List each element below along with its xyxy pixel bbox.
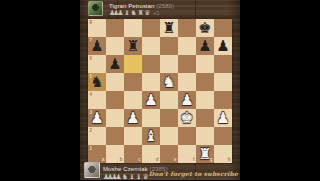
captured-piece-icons: ♝♞♜♛: [124, 9, 152, 17]
square-g3[interactable]: [196, 109, 214, 127]
square-a4[interactable]: 4: [88, 91, 106, 109]
square-g4[interactable]: [196, 91, 214, 109]
white-king-f3[interactable]: ♚: [178, 109, 196, 127]
coord-rank-1: 1: [90, 146, 93, 151]
square-f3[interactable]: ♚: [178, 109, 196, 127]
square-h2[interactable]: [214, 127, 232, 145]
square-c2[interactable]: [124, 127, 142, 145]
top-player-avatar[interactable]: [88, 1, 103, 16]
square-h5[interactable]: [214, 73, 232, 91]
subscribe-reminder-text: Don't forget to subscribe: [149, 170, 238, 177]
coord-rank-8: 8: [90, 20, 93, 25]
square-a8[interactable]: 8: [88, 19, 106, 37]
square-c8[interactable]: [124, 19, 142, 37]
square-c7[interactable]: ♜: [124, 37, 142, 55]
square-f2[interactable]: [178, 127, 196, 145]
top-player-banner: Tigran Petrosian (2580) ♟♟♟♝♞♜♛+1: [80, 0, 240, 19]
square-c6[interactable]: [124, 55, 142, 73]
square-d6[interactable]: [142, 55, 160, 73]
black-knight-a5[interactable]: ♞: [88, 73, 106, 91]
top-captured-pieces: ♟♟♟♝♞♜♛+1: [109, 10, 160, 17]
captured-piece-icons: ♞♝♝♛: [122, 173, 150, 181]
square-h8[interactable]: [214, 19, 232, 37]
square-a5[interactable]: 5♞: [88, 73, 106, 91]
square-f6[interactable]: [178, 55, 196, 73]
square-b2[interactable]: [106, 127, 124, 145]
square-h7[interactable]: ♟: [214, 37, 232, 55]
square-d5[interactable]: [142, 73, 160, 91]
square-c5[interactable]: [124, 73, 142, 91]
square-e6[interactable]: [160, 55, 178, 73]
square-d4[interactable]: ♟: [142, 91, 160, 109]
square-b6[interactable]: ♟: [106, 55, 124, 73]
black-pawn-a7[interactable]: ♟: [88, 37, 106, 55]
wood-background: Tigran Petrosian (2580) ♟♟♟♝♞♜♛+1 8♜♚7♟♜…: [80, 0, 240, 180]
square-f7[interactable]: [178, 37, 196, 55]
square-b8[interactable]: [106, 19, 124, 37]
square-d3[interactable]: [142, 109, 160, 127]
black-king-g8[interactable]: ♚: [196, 19, 214, 37]
square-g8[interactable]: ♚: [196, 19, 214, 37]
square-g2[interactable]: [196, 127, 214, 145]
square-e7[interactable]: [160, 37, 178, 55]
coord-rank-4: 4: [90, 92, 93, 97]
square-a2[interactable]: 2: [88, 127, 106, 145]
square-c4[interactable]: [124, 91, 142, 109]
white-bishop-d2[interactable]: ♝: [142, 127, 160, 145]
square-f4[interactable]: ♟: [178, 91, 196, 109]
square-e8[interactable]: ♜: [160, 19, 178, 37]
square-e4[interactable]: [160, 91, 178, 109]
material-advantage: +1: [153, 10, 159, 16]
square-h6[interactable]: [214, 55, 232, 73]
black-rook-e8[interactable]: ♜: [160, 19, 178, 37]
white-pawn-c3[interactable]: ♟: [124, 109, 142, 127]
black-pawn-b6[interactable]: ♟: [106, 55, 124, 73]
square-b7[interactable]: [106, 37, 124, 55]
square-h3[interactable]: ♟: [214, 109, 232, 127]
chess-board: 8♜♚7♟♜♟♟6♟5♞♞4♟♟3♟♟♚♟2♝1abcdefg♜h: [88, 19, 232, 163]
coord-rank-2: 2: [90, 128, 93, 133]
square-b5[interactable]: [106, 73, 124, 91]
square-b4[interactable]: [106, 91, 124, 109]
bottom-captured-pieces: ♟♟♟♟♞♝♝♛: [103, 174, 149, 181]
black-pawn-g7[interactable]: ♟: [196, 37, 214, 55]
black-rook-c7[interactable]: ♜: [124, 37, 142, 55]
captured-pawn-icons: ♟♟♟: [109, 9, 121, 17]
square-d7[interactable]: [142, 37, 160, 55]
white-pawn-f4[interactable]: ♟: [178, 91, 196, 109]
square-g7[interactable]: ♟: [196, 37, 214, 55]
square-e3[interactable]: [160, 109, 178, 127]
square-a3[interactable]: 3♟: [88, 109, 106, 127]
square-g5[interactable]: [196, 73, 214, 91]
video-frame: Tigran Petrosian (2580) ♟♟♟♝♞♜♛+1 8♜♚7♟♜…: [0, 0, 320, 180]
square-b3[interactable]: [106, 109, 124, 127]
square-c3[interactable]: ♟: [124, 109, 142, 127]
white-pawn-h3[interactable]: ♟: [214, 109, 232, 127]
bottom-player-avatar[interactable]: [84, 162, 100, 178]
black-pawn-h7[interactable]: ♟: [214, 37, 232, 55]
top-player-rating: (2580): [156, 3, 174, 9]
square-e2[interactable]: [160, 127, 178, 145]
captured-pawn-icons: ♟♟♟♟: [103, 173, 119, 181]
white-knight-e5[interactable]: ♞: [160, 73, 178, 91]
square-d8[interactable]: [142, 19, 160, 37]
square-d2[interactable]: ♝: [142, 127, 160, 145]
square-a6[interactable]: 6: [88, 55, 106, 73]
white-pawn-d4[interactable]: ♟: [142, 91, 160, 109]
square-a7[interactable]: 7♟: [88, 37, 106, 55]
square-h4[interactable]: [214, 91, 232, 109]
square-e5[interactable]: ♞: [160, 73, 178, 91]
square-f5[interactable]: [178, 73, 196, 91]
coord-rank-6: 6: [90, 56, 93, 61]
white-pawn-a3[interactable]: ♟: [88, 109, 106, 127]
square-g6[interactable]: [196, 55, 214, 73]
square-f8[interactable]: [178, 19, 196, 37]
